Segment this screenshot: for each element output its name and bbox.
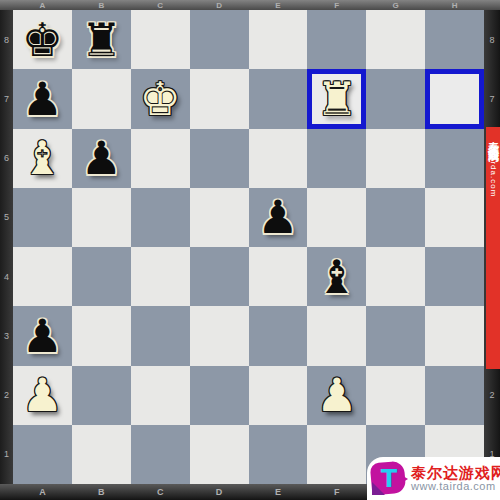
square-c8[interactable] (131, 10, 190, 69)
corner-watermark-badge: T 泰尔达游戏网 www.tairda.com (367, 457, 500, 500)
white-bishop[interactable]: ♝ (22, 135, 63, 181)
square-h2[interactable] (425, 366, 484, 425)
square-b8[interactable]: ♜ (72, 10, 131, 69)
file-label: G (366, 0, 425, 10)
square-e1[interactable] (249, 425, 308, 484)
file-label: C (131, 487, 190, 497)
rank-label: 7 (484, 69, 500, 128)
square-h5[interactable] (425, 188, 484, 247)
square-c1[interactable] (131, 425, 190, 484)
rank-label: 8 (0, 10, 13, 69)
file-label: H (425, 0, 484, 10)
square-c3[interactable] (131, 306, 190, 365)
square-f8[interactable] (307, 10, 366, 69)
file-label: D (190, 0, 249, 10)
square-b6[interactable]: ♟ (72, 129, 131, 188)
black-pawn[interactable]: ♟ (22, 313, 63, 359)
square-d8[interactable] (190, 10, 249, 69)
square-f2[interactable]: ♟ (307, 366, 366, 425)
square-g6[interactable] (366, 129, 425, 188)
black-pawn[interactable]: ♟ (81, 135, 122, 181)
square-e5[interactable]: ♟ (249, 188, 308, 247)
square-d4[interactable] (190, 247, 249, 306)
square-f3[interactable] (307, 306, 366, 365)
file-label: C (131, 0, 190, 10)
badge-site-name: 泰尔达游戏网 (411, 465, 500, 481)
square-e7[interactable] (249, 69, 308, 128)
file-label: E (249, 0, 308, 10)
square-b2[interactable] (72, 366, 131, 425)
square-c7[interactable]: ♚ (131, 69, 190, 128)
square-d6[interactable] (190, 129, 249, 188)
file-label: F (307, 487, 366, 497)
white-rook[interactable]: ♜ (316, 76, 357, 122)
square-g5[interactable] (366, 188, 425, 247)
black-bishop[interactable]: ♝ (316, 254, 357, 300)
file-label: A (13, 487, 72, 497)
square-d3[interactable] (190, 306, 249, 365)
rank-label: 3 (0, 306, 13, 365)
square-e3[interactable] (249, 306, 308, 365)
badge-site-url: www.tairda.com (411, 481, 500, 493)
square-f4[interactable]: ♝ (307, 247, 366, 306)
square-b3[interactable] (72, 306, 131, 365)
tairda-logo-icon: T (370, 460, 408, 497)
rank-label: 4 (0, 247, 13, 306)
square-g3[interactable] (366, 306, 425, 365)
square-a5[interactable] (13, 188, 72, 247)
rank-label: 8 (484, 10, 500, 69)
square-d2[interactable] (190, 366, 249, 425)
square-b5[interactable] (72, 188, 131, 247)
square-d1[interactable] (190, 425, 249, 484)
square-f6[interactable] (307, 129, 366, 188)
white-pawn[interactable]: ♟ (22, 372, 63, 418)
square-c2[interactable] (131, 366, 190, 425)
file-label: F (307, 0, 366, 10)
square-a3[interactable]: ♟ (13, 306, 72, 365)
square-a1[interactable] (13, 425, 72, 484)
file-label: B (72, 487, 131, 497)
side-watermark-site-name: 泰尔达游戏网 (486, 133, 500, 145)
black-pawn[interactable]: ♟ (257, 194, 298, 240)
square-h3[interactable] (425, 306, 484, 365)
white-pawn[interactable]: ♟ (316, 372, 357, 418)
white-king[interactable]: ♚ (140, 76, 181, 122)
square-e8[interactable] (249, 10, 308, 69)
square-g2[interactable] (366, 366, 425, 425)
rank-label: 2 (0, 366, 13, 425)
square-e6[interactable] (249, 129, 308, 188)
square-e2[interactable] (249, 366, 308, 425)
square-h6[interactable] (425, 129, 484, 188)
square-g4[interactable] (366, 247, 425, 306)
square-e4[interactable] (249, 247, 308, 306)
side-watermark-url: tairda.com (489, 150, 498, 197)
square-b4[interactable] (72, 247, 131, 306)
black-pawn[interactable]: ♟ (22, 76, 63, 122)
square-c6[interactable] (131, 129, 190, 188)
square-b1[interactable] (72, 425, 131, 484)
file-label: B (72, 0, 131, 10)
square-a6[interactable]: ♝ (13, 129, 72, 188)
square-h8[interactable] (425, 10, 484, 69)
rank-labels-left: 87654321 (0, 10, 13, 484)
rank-label: 2 (484, 366, 500, 425)
logo-letter: T (370, 460, 408, 497)
square-c4[interactable] (131, 247, 190, 306)
square-g7[interactable] (366, 69, 425, 128)
square-a7[interactable]: ♟ (13, 69, 72, 128)
chess-board: ♚♜♟♚♜♝♟♟♝♟♟♟ (13, 10, 484, 484)
square-a2[interactable]: ♟ (13, 366, 72, 425)
square-b7[interactable] (72, 69, 131, 128)
square-d5[interactable] (190, 188, 249, 247)
square-f7[interactable]: ♜ (307, 69, 366, 128)
square-a8[interactable]: ♚ (13, 10, 72, 69)
black-king[interactable]: ♚ (22, 17, 63, 63)
rank-label: 5 (0, 188, 13, 247)
square-f5[interactable] (307, 188, 366, 247)
square-a4[interactable] (13, 247, 72, 306)
side-watermark-banner: 泰尔达游戏网 tairda.com (486, 127, 500, 369)
square-h7[interactable] (425, 69, 484, 128)
chess-app-screenshot: ABCDEFGH ABCDEFGH 87654321 87654321 ♚♜♟♚… (0, 0, 500, 500)
square-c5[interactable] (131, 188, 190, 247)
black-rook[interactable]: ♜ (81, 17, 122, 63)
file-labels-top: ABCDEFGH (13, 0, 484, 10)
rank-label: 7 (0, 69, 13, 128)
file-label: A (13, 0, 72, 10)
badge-text: 泰尔达游戏网 www.tairda.com (411, 465, 500, 492)
square-f1[interactable] (307, 425, 366, 484)
rank-label: 1 (0, 425, 13, 484)
file-label: D (190, 487, 249, 497)
square-h4[interactable] (425, 247, 484, 306)
rank-label: 6 (0, 129, 13, 188)
file-label: E (249, 487, 308, 497)
square-d7[interactable] (190, 69, 249, 128)
square-g8[interactable] (366, 10, 425, 69)
